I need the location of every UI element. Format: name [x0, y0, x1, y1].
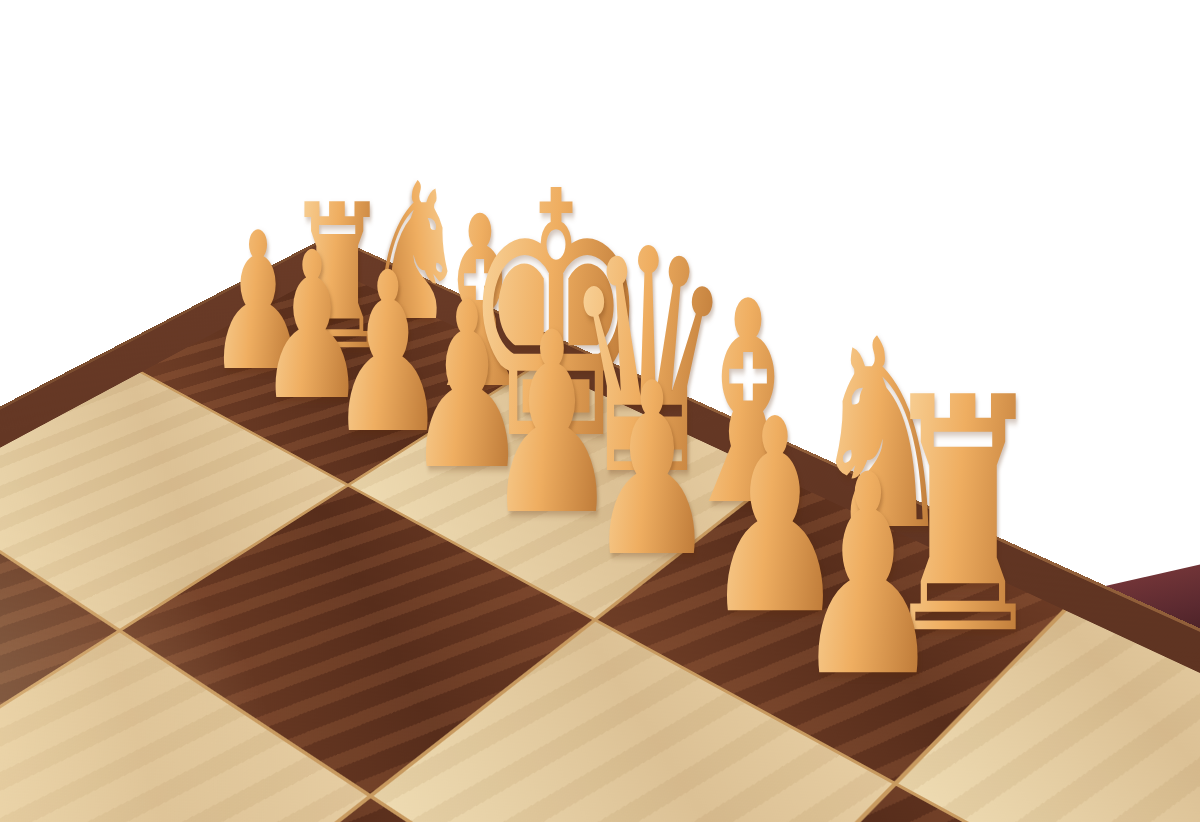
board-scene: ♜♞♝♚♛♝♞♜♟♟♟♟♟♟♟♟	[0, 0, 1200, 822]
chess-set-photo: ♜♞♝♚♛♝♞♜♟♟♟♟♟♟♟♟	[0, 0, 1200, 822]
piece-f2-pawn[interactable]: ♟	[588, 352, 716, 590]
piece-h2-pawn[interactable]: ♟	[794, 439, 942, 715]
